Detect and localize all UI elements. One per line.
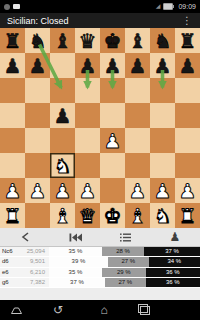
pawn-icon[interactable]: ♟	[150, 228, 200, 246]
square-a6[interactable]	[0, 78, 25, 103]
draw-segment: 29 %	[102, 268, 146, 277]
square-g8[interactable]: ♞	[150, 28, 175, 53]
square-e8[interactable]: ♚	[100, 28, 125, 53]
square-b3[interactable]	[25, 153, 50, 178]
piece-black-knight-g8[interactable]: ♞	[150, 28, 175, 53]
square-d2[interactable]: ♟	[75, 178, 100, 203]
square-e4[interactable]: ♟	[100, 128, 125, 153]
opening-stats-table: Nc625,09435 %28 %37 %d69,50139 %27 %34 %…	[0, 247, 200, 288]
app-bar: Sicilian: Closed ⋮	[0, 13, 200, 28]
square-h7[interactable]: ♟	[175, 53, 200, 78]
white-win-segment: 35 %	[49, 268, 102, 277]
piece-black-knight-b8[interactable]: ♞	[25, 28, 50, 53]
square-d4[interactable]	[75, 128, 100, 153]
draw-segment: 27 %	[105, 278, 146, 287]
result-bar: 35 %29 %36 %	[49, 268, 200, 277]
square-a1[interactable]: ♜	[0, 203, 25, 228]
white-win-segment: 39 %	[49, 257, 108, 266]
square-f2[interactable]: ♟	[125, 178, 150, 203]
home-icon[interactable]: ⌂	[95, 300, 113, 320]
phone-screen: ◢ 09:09 Sicilian: Closed ⋮ ♜♞♝♛♚♝♞♜♟♟♟♟♟…	[0, 0, 200, 320]
black-win-segment: 36 %	[146, 268, 200, 277]
games-count: 9,501	[18, 257, 49, 266]
square-c5[interactable]: ♟	[50, 103, 75, 128]
square-d3[interactable]	[75, 153, 100, 178]
square-g2[interactable]: ♟	[150, 178, 175, 203]
square-d5[interactable]	[75, 103, 100, 128]
piece-white-knight-g1[interactable]: ♞	[150, 203, 175, 228]
square-c2[interactable]: ♟	[50, 178, 75, 203]
piece-white-queen-d1[interactable]: ♛	[75, 203, 100, 228]
square-h4[interactable]	[175, 128, 200, 153]
move-label: Nc6	[0, 247, 18, 256]
square-e3[interactable]	[100, 153, 125, 178]
square-f8[interactable]: ♝	[125, 28, 150, 53]
square-b6[interactable]	[25, 78, 50, 103]
black-win-segment: 34 %	[149, 257, 200, 266]
analysis-toolbar: ♟	[0, 228, 200, 247]
square-h6[interactable]	[175, 78, 200, 103]
piece-black-queen-d8[interactable]: ♛	[75, 28, 100, 53]
piece-black-bishop-c8[interactable]: ♝	[50, 28, 75, 53]
square-f4[interactable]	[125, 128, 150, 153]
piece-white-pawn-a2[interactable]: ♟	[0, 178, 25, 203]
square-d8[interactable]: ♛	[75, 28, 100, 53]
skip-to-start-icon[interactable]	[50, 228, 100, 246]
square-a2[interactable]: ♟	[0, 178, 25, 203]
piece-black-pawn-g7[interactable]: ♟	[150, 53, 175, 78]
piece-black-pawn-b7[interactable]: ♟	[25, 53, 50, 78]
page-title: Sicilian: Closed	[7, 16, 181, 26]
square-a5[interactable]	[0, 103, 25, 128]
piece-black-pawn-c5[interactable]: ♟	[50, 103, 75, 128]
square-b7[interactable]: ♟	[25, 53, 50, 78]
result-bar: 35 %28 %37 %	[49, 247, 200, 256]
square-d1[interactable]: ♛	[75, 203, 100, 228]
status-bar: ◢ 09:09	[0, 0, 200, 13]
square-e6[interactable]	[100, 78, 125, 103]
result-bar: 37 %27 %36 %	[49, 278, 200, 287]
screenshot-notification-icon	[13, 4, 20, 9]
square-c3[interactable]: ♞	[50, 153, 75, 178]
square-c1[interactable]: ♝	[50, 203, 75, 228]
piece-white-king-e1[interactable]: ♚	[100, 203, 125, 228]
piece-black-rook-a8[interactable]: ♜	[0, 28, 25, 53]
back-icon[interactable]	[0, 228, 50, 246]
square-h3[interactable]	[175, 153, 200, 178]
square-h5[interactable]	[175, 103, 200, 128]
move-list-icon[interactable]	[100, 228, 150, 246]
square-g7[interactable]: ♟	[150, 53, 175, 78]
hide-navbar-icon[interactable]	[7, 300, 25, 320]
square-b8[interactable]: ♞	[25, 28, 50, 53]
piece-white-rook-a1[interactable]: ♜	[0, 203, 25, 228]
square-h1[interactable]: ♜	[175, 203, 200, 228]
square-e7[interactable]: ♟	[100, 53, 125, 78]
piece-white-pawn-h2[interactable]: ♟	[175, 178, 200, 203]
move-label: d6	[0, 257, 18, 266]
square-h2[interactable]: ♟	[175, 178, 200, 203]
square-c6[interactable]	[50, 78, 75, 103]
square-c4[interactable]	[50, 128, 75, 153]
black-win-segment: 37 %	[144, 247, 200, 256]
stats-row-Nc6[interactable]: Nc625,09435 %28 %37 %	[0, 247, 200, 257]
square-g1[interactable]: ♞	[150, 203, 175, 228]
piece-white-pawn-e4[interactable]: ♟	[100, 128, 125, 153]
square-g5[interactable]	[150, 103, 175, 128]
move-label: e6	[0, 268, 18, 277]
recents-icon[interactable]	[136, 300, 154, 320]
piece-white-knight-c3[interactable]: ♞	[50, 153, 75, 178]
square-a8[interactable]: ♜	[0, 28, 25, 53]
square-b5[interactable]	[25, 103, 50, 128]
square-f3[interactable]	[125, 153, 150, 178]
stats-row-g6[interactable]: g67,38237 %27 %36 %	[0, 278, 200, 288]
stats-row-d6[interactable]: d69,50139 %27 %34 %	[0, 257, 200, 267]
clock: 09:09	[178, 3, 196, 10]
piece-black-pawn-f7[interactable]: ♟	[125, 53, 150, 78]
games-count: 6,210	[18, 268, 49, 277]
square-a7[interactable]: ♟	[0, 53, 25, 78]
square-e2[interactable]	[100, 178, 125, 203]
square-a3[interactable]	[0, 153, 25, 178]
piece-white-pawn-f2[interactable]: ♟	[125, 178, 150, 203]
piece-black-rook-h8[interactable]: ♜	[175, 28, 200, 53]
chess-board[interactable]: ♜♞♝♛♚♝♞♜♟♟♟♟♟♟♟♟♟♞♟♟♟♟♟♟♟♜♝♛♚♝♞♜	[0, 28, 200, 228]
board-container: ♜♞♝♛♚♝♞♜♟♟♟♟♟♟♟♟♟♞♟♟♟♟♟♟♟♜♝♛♚♝♞♜	[0, 28, 200, 228]
square-a4[interactable]	[0, 128, 25, 153]
square-b1[interactable]	[25, 203, 50, 228]
stats-row-e6[interactable]: e66,21035 %29 %36 %	[0, 268, 200, 278]
piece-white-bishop-c1[interactable]: ♝	[50, 203, 75, 228]
piece-black-pawn-d7[interactable]: ♟	[75, 53, 100, 78]
black-win-segment: 36 %	[146, 278, 200, 287]
piece-white-bishop-f1[interactable]: ♝	[125, 203, 150, 228]
piece-white-pawn-b2[interactable]: ♟	[25, 178, 50, 203]
overflow-menu-icon[interactable]: ⋮	[181, 13, 193, 28]
square-g3[interactable]	[150, 153, 175, 178]
games-count: 25,094	[18, 247, 49, 256]
piece-white-pawn-g2[interactable]: ♟	[150, 178, 175, 203]
result-bar: 39 %27 %34 %	[49, 257, 200, 266]
square-f6[interactable]	[125, 78, 150, 103]
square-b4[interactable]	[25, 128, 50, 153]
piece-white-rook-h1[interactable]: ♜	[175, 203, 200, 228]
white-win-segment: 35 %	[49, 247, 102, 256]
piece-black-pawn-h7[interactable]: ♟	[175, 53, 200, 78]
vibrate-icon: ◢	[156, 0, 161, 13]
square-g6[interactable]	[150, 78, 175, 103]
piece-black-king-e8[interactable]: ♚	[100, 28, 125, 53]
battery-icon	[163, 3, 173, 10]
square-d7[interactable]: ♟	[75, 53, 100, 78]
back-nav-icon[interactable]: ↺	[49, 300, 67, 320]
games-count: 7,382	[18, 278, 49, 287]
square-b2[interactable]: ♟	[25, 178, 50, 203]
white-win-segment: 37 %	[49, 278, 105, 287]
piece-black-pawn-e7[interactable]: ♟	[100, 53, 125, 78]
draw-segment: 28 %	[102, 247, 144, 256]
square-c8[interactable]: ♝	[50, 28, 75, 53]
piece-black-bishop-f8[interactable]: ♝	[125, 28, 150, 53]
move-label: g6	[0, 278, 18, 287]
piece-white-pawn-c2[interactable]: ♟	[50, 178, 75, 203]
square-f7[interactable]: ♟	[125, 53, 150, 78]
square-f5[interactable]	[125, 103, 150, 128]
square-d6[interactable]	[75, 78, 100, 103]
android-nav-bar: ↺ ⌂	[0, 300, 200, 320]
piece-black-pawn-a7[interactable]: ♟	[0, 53, 25, 78]
draw-segment: 27 %	[108, 257, 149, 266]
square-h8[interactable]: ♜	[175, 28, 200, 53]
piece-white-pawn-d2[interactable]: ♟	[75, 178, 100, 203]
square-g4[interactable]	[150, 128, 175, 153]
panel-empty-area	[0, 288, 200, 300]
square-f1[interactable]: ♝	[125, 203, 150, 228]
square-e5[interactable]	[100, 103, 125, 128]
notification-icon	[4, 4, 10, 10]
square-e1[interactable]: ♚	[100, 203, 125, 228]
square-c7[interactable]	[50, 53, 75, 78]
